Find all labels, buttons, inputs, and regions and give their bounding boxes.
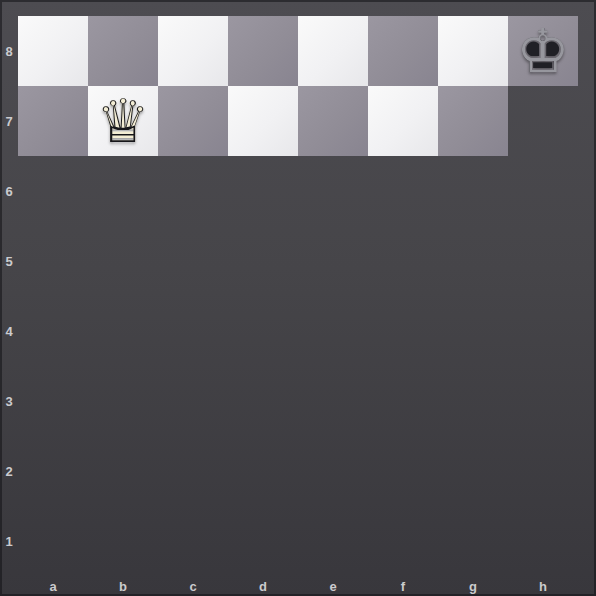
file-label-e: e: [298, 576, 368, 596]
white-queen-outline: ♕: [88, 86, 158, 156]
rank-label-5: 5: [0, 226, 18, 296]
square-b7[interactable]: ♛♕: [88, 86, 158, 156]
square-c7[interactable]: [158, 86, 228, 156]
file-label-a: a: [18, 576, 88, 596]
square-d7[interactable]: [228, 86, 298, 156]
square-e7[interactable]: [298, 86, 368, 156]
square-a8[interactable]: [18, 16, 88, 86]
square-f7[interactable]: [368, 86, 438, 156]
board-frame: 87654321 ♚♔♛♕ abcdefgh: [0, 0, 596, 596]
square-g8[interactable]: [438, 16, 508, 86]
file-label-h: h: [508, 576, 578, 596]
rank-label-6: 6: [0, 156, 18, 226]
file-label-c: c: [158, 576, 228, 596]
rank-label-4: 4: [0, 296, 18, 366]
file-label-g: g: [438, 576, 508, 596]
white-queen[interactable]: ♛♕: [88, 86, 158, 156]
black-king-body: ♚: [508, 16, 578, 86]
file-labels: abcdefgh: [18, 576, 578, 596]
rank-label-1: 1: [0, 506, 18, 576]
rank-labels: 87654321: [0, 16, 18, 576]
rank-label-7: 7: [0, 86, 18, 156]
square-e8[interactable]: [298, 16, 368, 86]
black-king-outline: ♔: [508, 16, 578, 86]
square-f8[interactable]: [368, 16, 438, 86]
rank-label-3: 3: [0, 366, 18, 436]
chess-board: ♚♔♛♕: [18, 16, 578, 576]
square-b8[interactable]: [88, 16, 158, 86]
black-king[interactable]: ♚♔: [508, 16, 578, 86]
square-a7[interactable]: [18, 86, 88, 156]
square-h8[interactable]: ♚♔: [508, 16, 578, 86]
square-d8[interactable]: [228, 16, 298, 86]
file-label-f: f: [368, 576, 438, 596]
white-queen-body: ♛: [88, 86, 158, 156]
rank-label-2: 2: [0, 436, 18, 506]
file-label-b: b: [88, 576, 158, 596]
file-label-d: d: [228, 576, 298, 596]
square-g7[interactable]: [438, 86, 508, 156]
rank-label-8: 8: [0, 16, 18, 86]
square-c8[interactable]: [158, 16, 228, 86]
